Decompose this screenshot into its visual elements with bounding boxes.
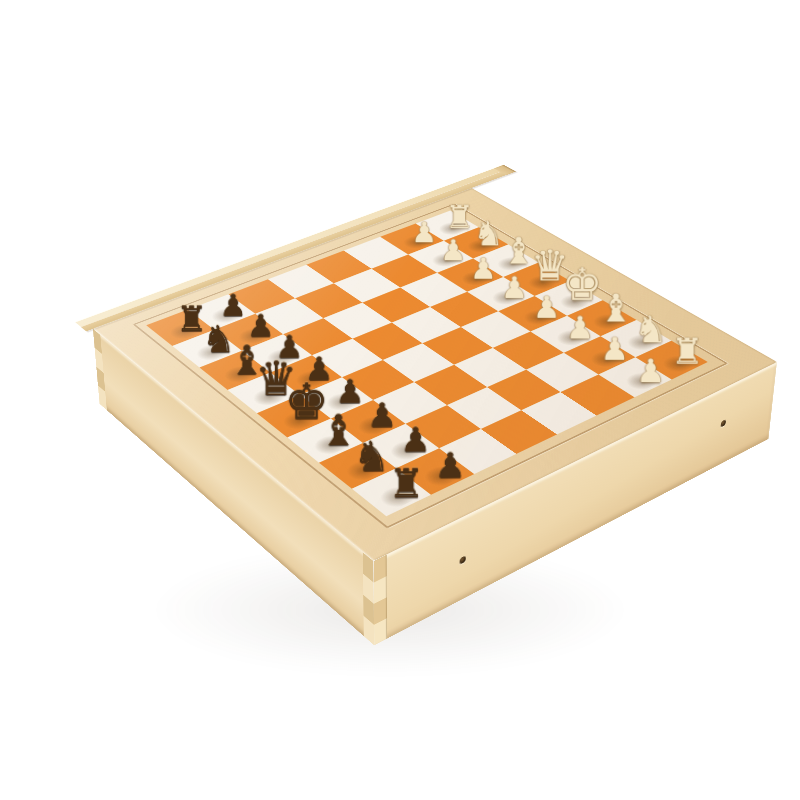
light-knight[interactable]: ♞ — [473, 218, 503, 250]
light-knight[interactable]: ♞ — [634, 312, 667, 347]
dark-pawn[interactable]: ♟ — [434, 449, 465, 482]
finger-joints-front — [374, 555, 388, 646]
dark-pawn[interactable]: ♟ — [367, 400, 397, 432]
light-king[interactable]: ♚ — [563, 264, 603, 306]
light-rook[interactable]: ♜ — [671, 335, 703, 369]
dark-pawn[interactable]: ♟ — [400, 424, 430, 456]
dark-pawn[interactable]: ♟ — [219, 291, 246, 320]
finger-joints-left-front — [363, 552, 374, 645]
light-pawn[interactable]: ♟ — [566, 313, 594, 342]
light-pawn[interactable]: ♟ — [411, 219, 436, 246]
light-bishop[interactable]: ♝ — [599, 290, 633, 326]
finger-joints-left-rear — [93, 328, 107, 410]
dark-pawn[interactable]: ♟ — [335, 376, 364, 407]
dark-knight[interactable]: ♞ — [353, 437, 390, 476]
light-rook[interactable]: ♜ — [445, 202, 473, 232]
light-pawn[interactable]: ♟ — [636, 356, 665, 386]
light-pawn[interactable]: ♟ — [600, 334, 628, 364]
screw-hole-1 — [460, 555, 466, 564]
chess-box-top-face: ♜♟♟♜♞♟♟♞♝♟♟♝♛♟♟♛♚♟♟♚♝♟♟♝♞♟♟♞♜♟♟♜ — [93, 188, 777, 561]
screw-hole-2 — [721, 419, 727, 427]
product-photo-scene: ♜♟♟♜♞♟♟♞♝♟♟♝♛♟♟♛♚♟♟♚♝♟♟♝♞♟♟♞♜♟♟♜ — [0, 0, 800, 800]
light-pawn[interactable]: ♟ — [501, 274, 528, 302]
dark-rook[interactable]: ♜ — [388, 465, 424, 503]
light-pawn[interactable]: ♟ — [533, 293, 560, 322]
dark-bishop[interactable]: ♝ — [320, 410, 358, 450]
light-pawn[interactable]: ♟ — [470, 255, 496, 283]
light-pawn[interactable]: ♟ — [440, 237, 466, 264]
